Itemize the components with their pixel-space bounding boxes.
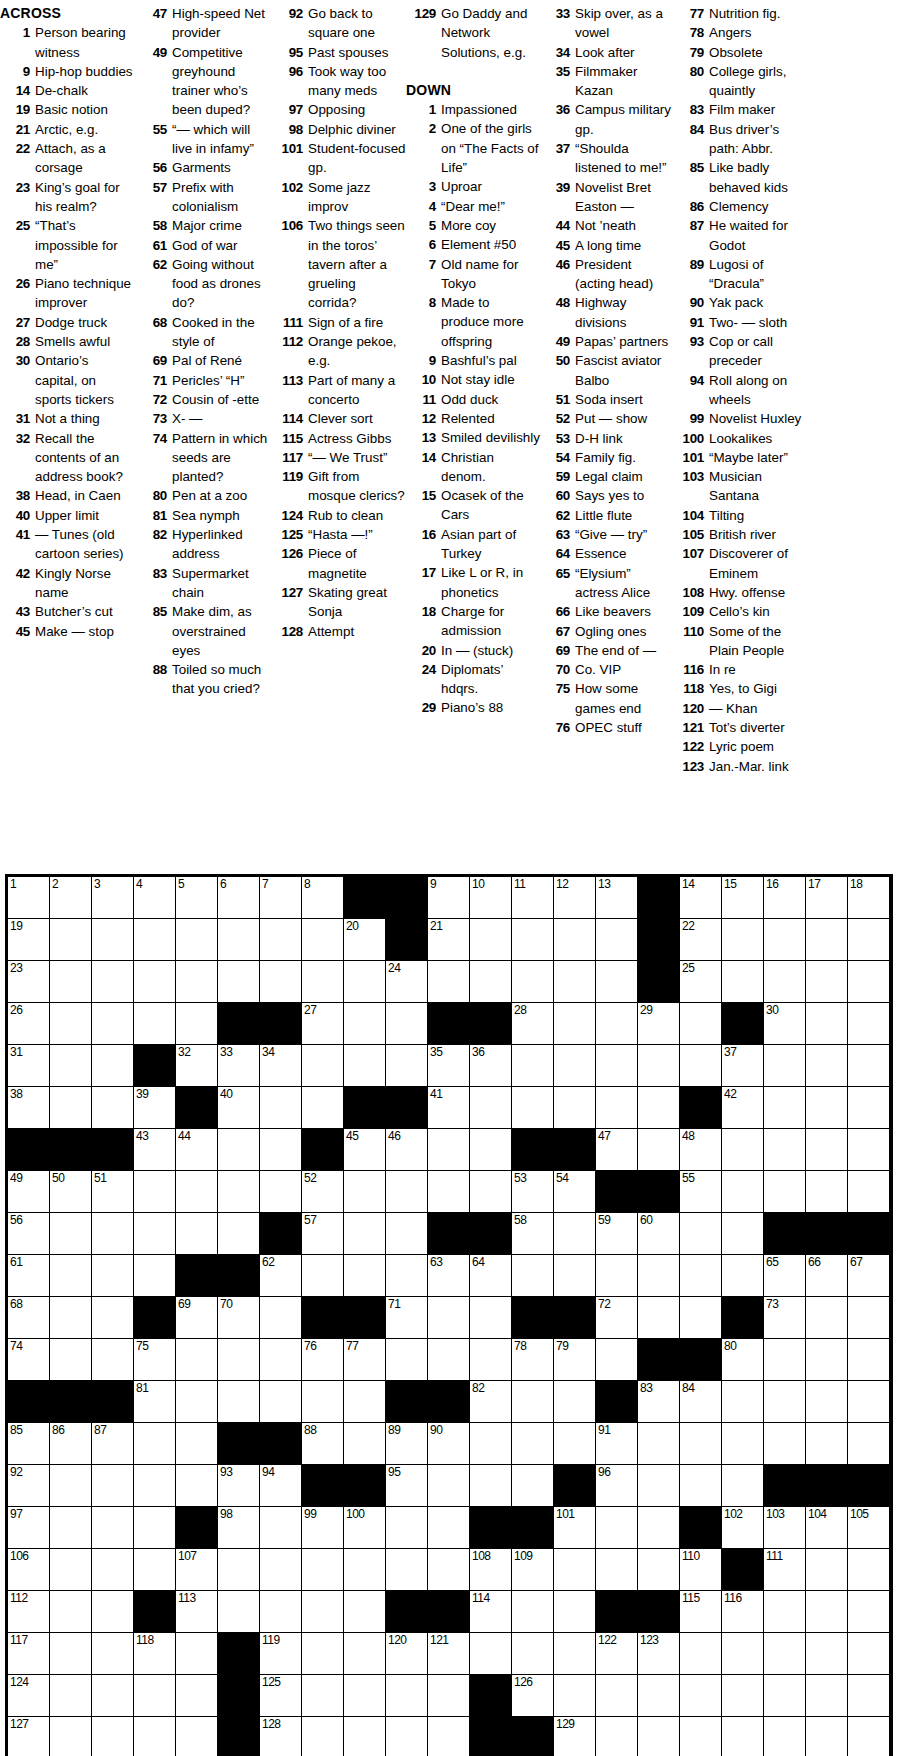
grid-cell[interactable] bbox=[764, 1087, 806, 1129]
grid-cell[interactable] bbox=[806, 1003, 848, 1045]
grid-cell[interactable] bbox=[848, 1087, 890, 1129]
grid-cell[interactable] bbox=[50, 1297, 92, 1339]
grid-cell[interactable] bbox=[134, 1213, 176, 1255]
grid-cell[interactable]: 69 bbox=[176, 1297, 218, 1339]
grid-cell[interactable] bbox=[470, 1171, 512, 1213]
grid-cell[interactable] bbox=[470, 1297, 512, 1339]
grid-cell[interactable] bbox=[596, 961, 638, 1003]
grid-cell[interactable]: 91 bbox=[596, 1423, 638, 1465]
grid-cell[interactable] bbox=[344, 1003, 386, 1045]
grid-cell[interactable] bbox=[92, 1549, 134, 1591]
grid-cell[interactable] bbox=[764, 919, 806, 961]
grid-cell[interactable] bbox=[848, 1297, 890, 1339]
grid-cell[interactable] bbox=[722, 961, 764, 1003]
grid-cell[interactable]: 41 bbox=[428, 1087, 470, 1129]
grid-cell[interactable]: 23 bbox=[8, 961, 50, 1003]
grid-cell[interactable] bbox=[596, 1675, 638, 1717]
grid-cell[interactable]: 72 bbox=[596, 1297, 638, 1339]
grid-cell[interactable] bbox=[302, 1045, 344, 1087]
grid-cell[interactable]: 34 bbox=[260, 1045, 302, 1087]
grid-cell[interactable] bbox=[554, 1087, 596, 1129]
grid-cell[interactable] bbox=[260, 1339, 302, 1381]
grid-cell[interactable] bbox=[302, 1381, 344, 1423]
grid-cell[interactable] bbox=[344, 1255, 386, 1297]
grid-cell[interactable] bbox=[722, 1675, 764, 1717]
grid-cell[interactable]: 126 bbox=[512, 1675, 554, 1717]
grid-cell[interactable]: 125 bbox=[260, 1675, 302, 1717]
grid-cell[interactable] bbox=[344, 1675, 386, 1717]
grid-cell[interactable]: 17 bbox=[806, 877, 848, 919]
grid-cell[interactable] bbox=[92, 961, 134, 1003]
grid-cell[interactable] bbox=[92, 919, 134, 961]
grid-cell[interactable] bbox=[50, 1213, 92, 1255]
grid-cell[interactable] bbox=[176, 961, 218, 1003]
grid-cell[interactable] bbox=[512, 961, 554, 1003]
grid-cell[interactable] bbox=[806, 1675, 848, 1717]
grid-cell[interactable] bbox=[50, 1717, 92, 1756]
grid-cell[interactable] bbox=[848, 1129, 890, 1171]
grid-cell[interactable] bbox=[638, 1045, 680, 1087]
grid-cell[interactable] bbox=[512, 1255, 554, 1297]
grid-cell[interactable] bbox=[428, 961, 470, 1003]
grid-cell[interactable] bbox=[50, 1087, 92, 1129]
grid-cell[interactable] bbox=[806, 1381, 848, 1423]
grid-cell[interactable] bbox=[596, 1507, 638, 1549]
grid-cell[interactable] bbox=[428, 1129, 470, 1171]
grid-cell[interactable] bbox=[806, 1045, 848, 1087]
grid-cell[interactable] bbox=[302, 919, 344, 961]
grid-cell[interactable] bbox=[596, 1339, 638, 1381]
grid-cell[interactable]: 96 bbox=[596, 1465, 638, 1507]
grid-cell[interactable] bbox=[806, 1717, 848, 1756]
grid-cell[interactable] bbox=[554, 919, 596, 961]
grid-cell[interactable] bbox=[344, 1171, 386, 1213]
grid-cell[interactable] bbox=[302, 1087, 344, 1129]
grid-cell[interactable]: 50 bbox=[50, 1171, 92, 1213]
grid-cell[interactable]: 111 bbox=[764, 1549, 806, 1591]
grid-cell[interactable] bbox=[638, 1297, 680, 1339]
grid-cell[interactable]: 61 bbox=[8, 1255, 50, 1297]
grid-cell[interactable]: 73 bbox=[764, 1297, 806, 1339]
grid-cell[interactable]: 20 bbox=[344, 919, 386, 961]
grid-cell[interactable]: 42 bbox=[722, 1087, 764, 1129]
grid-cell[interactable] bbox=[176, 919, 218, 961]
grid-cell[interactable] bbox=[386, 1717, 428, 1756]
grid-cell[interactable] bbox=[134, 919, 176, 961]
grid-cell[interactable] bbox=[50, 1003, 92, 1045]
grid-cell[interactable]: 64 bbox=[470, 1255, 512, 1297]
grid-cell[interactable] bbox=[554, 1045, 596, 1087]
grid-cell[interactable]: 29 bbox=[638, 1003, 680, 1045]
grid-cell[interactable] bbox=[470, 1087, 512, 1129]
grid-cell[interactable]: 39 bbox=[134, 1087, 176, 1129]
grid-cell[interactable] bbox=[176, 1003, 218, 1045]
grid-cell[interactable] bbox=[848, 1045, 890, 1087]
grid-cell[interactable]: 94 bbox=[260, 1465, 302, 1507]
grid-cell[interactable] bbox=[92, 1087, 134, 1129]
grid-cell[interactable] bbox=[134, 961, 176, 1003]
grid-cell[interactable]: 55 bbox=[680, 1171, 722, 1213]
grid-cell[interactable]: 86 bbox=[50, 1423, 92, 1465]
grid-cell[interactable] bbox=[680, 1675, 722, 1717]
grid-cell[interactable] bbox=[386, 1507, 428, 1549]
grid-cell[interactable] bbox=[428, 1171, 470, 1213]
grid-cell[interactable]: 32 bbox=[176, 1045, 218, 1087]
grid-cell[interactable]: 114 bbox=[470, 1591, 512, 1633]
grid-cell[interactable]: 71 bbox=[386, 1297, 428, 1339]
grid-cell[interactable] bbox=[50, 1591, 92, 1633]
grid-cell[interactable] bbox=[554, 1423, 596, 1465]
grid-cell[interactable] bbox=[92, 1675, 134, 1717]
grid-cell[interactable]: 104 bbox=[806, 1507, 848, 1549]
grid-cell[interactable] bbox=[50, 1339, 92, 1381]
grid-cell[interactable]: 6 bbox=[218, 877, 260, 919]
grid-cell[interactable]: 43 bbox=[134, 1129, 176, 1171]
grid-cell[interactable] bbox=[92, 1507, 134, 1549]
grid-cell[interactable]: 18 bbox=[848, 877, 890, 919]
grid-cell[interactable] bbox=[764, 1171, 806, 1213]
grid-cell[interactable]: 9 bbox=[428, 877, 470, 919]
grid-cell[interactable]: 79 bbox=[554, 1339, 596, 1381]
grid-cell[interactable] bbox=[344, 1045, 386, 1087]
grid-cell[interactable] bbox=[260, 1591, 302, 1633]
grid-cell[interactable] bbox=[554, 1549, 596, 1591]
grid-cell[interactable] bbox=[386, 1255, 428, 1297]
grid-cell[interactable]: 11 bbox=[512, 877, 554, 919]
grid-cell[interactable] bbox=[722, 1171, 764, 1213]
grid-cell[interactable]: 101 bbox=[554, 1507, 596, 1549]
grid-cell[interactable] bbox=[428, 1297, 470, 1339]
grid-cell[interactable] bbox=[470, 1129, 512, 1171]
grid-cell[interactable] bbox=[344, 1381, 386, 1423]
grid-cell[interactable] bbox=[722, 1465, 764, 1507]
grid-cell[interactable] bbox=[176, 1717, 218, 1756]
grid-cell[interactable] bbox=[176, 1675, 218, 1717]
grid-cell[interactable] bbox=[554, 1381, 596, 1423]
grid-cell[interactable] bbox=[92, 1297, 134, 1339]
grid-cell[interactable] bbox=[260, 919, 302, 961]
grid-cell[interactable] bbox=[386, 1549, 428, 1591]
grid-cell[interactable] bbox=[260, 1129, 302, 1171]
grid-cell[interactable]: 110 bbox=[680, 1549, 722, 1591]
grid-cell[interactable] bbox=[260, 1381, 302, 1423]
grid-cell[interactable]: 66 bbox=[806, 1255, 848, 1297]
grid-cell[interactable] bbox=[554, 1633, 596, 1675]
grid-cell[interactable] bbox=[386, 1003, 428, 1045]
grid-cell[interactable] bbox=[554, 1675, 596, 1717]
grid-cell[interactable] bbox=[218, 1591, 260, 1633]
grid-cell[interactable] bbox=[764, 1129, 806, 1171]
grid-cell[interactable] bbox=[554, 961, 596, 1003]
grid-cell[interactable]: 46 bbox=[386, 1129, 428, 1171]
grid-cell[interactable] bbox=[848, 1339, 890, 1381]
grid-cell[interactable]: 24 bbox=[386, 961, 428, 1003]
grid-cell[interactable] bbox=[218, 1549, 260, 1591]
grid-cell[interactable]: 84 bbox=[680, 1381, 722, 1423]
grid-cell[interactable]: 103 bbox=[764, 1507, 806, 1549]
grid-cell[interactable]: 83 bbox=[638, 1381, 680, 1423]
grid-cell[interactable]: 63 bbox=[428, 1255, 470, 1297]
grid-cell[interactable] bbox=[134, 1675, 176, 1717]
grid-cell[interactable] bbox=[638, 1549, 680, 1591]
grid-cell[interactable]: 8 bbox=[302, 877, 344, 919]
grid-cell[interactable]: 127 bbox=[8, 1717, 50, 1756]
grid-cell[interactable]: 119 bbox=[260, 1633, 302, 1675]
grid-cell[interactable] bbox=[722, 1213, 764, 1255]
grid-cell[interactable] bbox=[806, 1171, 848, 1213]
grid-cell[interactable]: 26 bbox=[8, 1003, 50, 1045]
grid-cell[interactable] bbox=[344, 1423, 386, 1465]
grid-cell[interactable]: 49 bbox=[8, 1171, 50, 1213]
grid-cell[interactable] bbox=[806, 961, 848, 1003]
grid-cell[interactable] bbox=[260, 1297, 302, 1339]
grid-cell[interactable] bbox=[806, 1129, 848, 1171]
grid-cell[interactable]: 40 bbox=[218, 1087, 260, 1129]
grid-cell[interactable] bbox=[554, 1003, 596, 1045]
grid-cell[interactable] bbox=[218, 1381, 260, 1423]
grid-cell[interactable]: 5 bbox=[176, 877, 218, 919]
grid-cell[interactable] bbox=[806, 1087, 848, 1129]
grid-cell[interactable] bbox=[50, 1465, 92, 1507]
grid-cell[interactable]: 3 bbox=[92, 877, 134, 919]
grid-cell[interactable] bbox=[680, 1213, 722, 1255]
grid-cell[interactable] bbox=[680, 1297, 722, 1339]
grid-cell[interactable]: 81 bbox=[134, 1381, 176, 1423]
grid-cell[interactable] bbox=[512, 1087, 554, 1129]
grid-cell[interactable] bbox=[680, 1465, 722, 1507]
grid-cell[interactable]: 113 bbox=[176, 1591, 218, 1633]
grid-cell[interactable] bbox=[344, 1717, 386, 1756]
grid-cell[interactable] bbox=[638, 1675, 680, 1717]
grid-cell[interactable]: 53 bbox=[512, 1171, 554, 1213]
grid-cell[interactable] bbox=[806, 1633, 848, 1675]
grid-cell[interactable] bbox=[260, 1549, 302, 1591]
grid-cell[interactable]: 52 bbox=[302, 1171, 344, 1213]
grid-cell[interactable] bbox=[428, 1507, 470, 1549]
grid-cell[interactable] bbox=[302, 1717, 344, 1756]
grid-cell[interactable]: 80 bbox=[722, 1339, 764, 1381]
grid-cell[interactable] bbox=[764, 1423, 806, 1465]
grid-cell[interactable] bbox=[92, 1213, 134, 1255]
grid-cell[interactable] bbox=[386, 1213, 428, 1255]
grid-cell[interactable] bbox=[680, 1045, 722, 1087]
grid-cell[interactable]: 19 bbox=[8, 919, 50, 961]
grid-cell[interactable]: 27 bbox=[302, 1003, 344, 1045]
grid-cell[interactable] bbox=[512, 1381, 554, 1423]
grid-cell[interactable] bbox=[92, 1717, 134, 1756]
grid-cell[interactable] bbox=[470, 1633, 512, 1675]
grid-cell[interactable]: 74 bbox=[8, 1339, 50, 1381]
grid-cell[interactable] bbox=[554, 1591, 596, 1633]
grid-cell[interactable] bbox=[596, 1255, 638, 1297]
grid-cell[interactable]: 2 bbox=[50, 877, 92, 919]
grid-cell[interactable] bbox=[176, 1171, 218, 1213]
grid-cell[interactable]: 112 bbox=[8, 1591, 50, 1633]
grid-cell[interactable]: 105 bbox=[848, 1507, 890, 1549]
grid-cell[interactable] bbox=[176, 1633, 218, 1675]
grid-cell[interactable]: 60 bbox=[638, 1213, 680, 1255]
grid-cell[interactable]: 35 bbox=[428, 1045, 470, 1087]
grid-cell[interactable] bbox=[344, 961, 386, 1003]
grid-cell[interactable]: 45 bbox=[344, 1129, 386, 1171]
grid-cell[interactable] bbox=[470, 1465, 512, 1507]
grid-cell[interactable] bbox=[470, 1339, 512, 1381]
grid-cell[interactable] bbox=[218, 919, 260, 961]
grid-cell[interactable]: 108 bbox=[470, 1549, 512, 1591]
grid-cell[interactable]: 33 bbox=[218, 1045, 260, 1087]
grid-cell[interactable]: 93 bbox=[218, 1465, 260, 1507]
grid-cell[interactable] bbox=[722, 1633, 764, 1675]
grid-cell[interactable]: 57 bbox=[302, 1213, 344, 1255]
grid-cell[interactable]: 22 bbox=[680, 919, 722, 961]
grid-cell[interactable] bbox=[680, 1255, 722, 1297]
grid-cell[interactable] bbox=[764, 1339, 806, 1381]
grid-cell[interactable]: 124 bbox=[8, 1675, 50, 1717]
grid-cell[interactable]: 59 bbox=[596, 1213, 638, 1255]
grid-cell[interactable] bbox=[50, 919, 92, 961]
grid-cell[interactable] bbox=[806, 1549, 848, 1591]
grid-cell[interactable] bbox=[596, 1717, 638, 1756]
grid-cell[interactable] bbox=[92, 1255, 134, 1297]
grid-cell[interactable] bbox=[386, 1171, 428, 1213]
grid-cell[interactable]: 115 bbox=[680, 1591, 722, 1633]
grid-cell[interactable] bbox=[638, 1255, 680, 1297]
grid-cell[interactable] bbox=[848, 1633, 890, 1675]
grid-cell[interactable] bbox=[680, 1423, 722, 1465]
grid-cell[interactable] bbox=[512, 1591, 554, 1633]
grid-cell[interactable]: 76 bbox=[302, 1339, 344, 1381]
grid-cell[interactable] bbox=[848, 919, 890, 961]
grid-cell[interactable] bbox=[50, 961, 92, 1003]
grid-cell[interactable] bbox=[344, 1549, 386, 1591]
grid-cell[interactable]: 65 bbox=[764, 1255, 806, 1297]
grid-cell[interactable] bbox=[302, 1633, 344, 1675]
grid-cell[interactable] bbox=[722, 1717, 764, 1756]
grid-cell[interactable] bbox=[50, 1255, 92, 1297]
grid-cell[interactable]: 87 bbox=[92, 1423, 134, 1465]
grid-cell[interactable]: 51 bbox=[92, 1171, 134, 1213]
grid-cell[interactable] bbox=[680, 1633, 722, 1675]
grid-cell[interactable] bbox=[848, 1423, 890, 1465]
grid-cell[interactable]: 102 bbox=[722, 1507, 764, 1549]
grid-cell[interactable] bbox=[848, 1717, 890, 1756]
grid-cell[interactable] bbox=[134, 1549, 176, 1591]
grid-cell[interactable] bbox=[848, 1549, 890, 1591]
grid-cell[interactable]: 120 bbox=[386, 1633, 428, 1675]
grid-cell[interactable] bbox=[764, 1045, 806, 1087]
grid-cell[interactable] bbox=[176, 1339, 218, 1381]
grid-cell[interactable] bbox=[512, 1465, 554, 1507]
grid-cell[interactable] bbox=[764, 1381, 806, 1423]
grid-cell[interactable]: 100 bbox=[344, 1507, 386, 1549]
grid-cell[interactable] bbox=[218, 1129, 260, 1171]
grid-cell[interactable]: 44 bbox=[176, 1129, 218, 1171]
grid-cell[interactable]: 14 bbox=[680, 877, 722, 919]
grid-cell[interactable]: 78 bbox=[512, 1339, 554, 1381]
grid-cell[interactable] bbox=[596, 1003, 638, 1045]
grid-cell[interactable] bbox=[134, 1717, 176, 1756]
grid-cell[interactable]: 21 bbox=[428, 919, 470, 961]
grid-cell[interactable] bbox=[848, 1003, 890, 1045]
grid-cell[interactable] bbox=[848, 1591, 890, 1633]
grid-cell[interactable]: 116 bbox=[722, 1591, 764, 1633]
grid-cell[interactable]: 77 bbox=[344, 1339, 386, 1381]
grid-cell[interactable]: 10 bbox=[470, 877, 512, 919]
grid-cell[interactable] bbox=[848, 961, 890, 1003]
grid-cell[interactable]: 47 bbox=[596, 1129, 638, 1171]
grid-cell[interactable] bbox=[218, 1171, 260, 1213]
grid-cell[interactable] bbox=[428, 1339, 470, 1381]
grid-cell[interactable] bbox=[638, 1465, 680, 1507]
grid-cell[interactable]: 123 bbox=[638, 1633, 680, 1675]
grid-cell[interactable]: 99 bbox=[302, 1507, 344, 1549]
grid-cell[interactable]: 28 bbox=[512, 1003, 554, 1045]
grid-cell[interactable]: 98 bbox=[218, 1507, 260, 1549]
grid-cell[interactable] bbox=[806, 1339, 848, 1381]
grid-cell[interactable] bbox=[764, 1675, 806, 1717]
grid-cell[interactable] bbox=[302, 1549, 344, 1591]
grid-cell[interactable] bbox=[470, 961, 512, 1003]
grid-cell[interactable] bbox=[92, 1465, 134, 1507]
grid-cell[interactable] bbox=[218, 1339, 260, 1381]
grid-cell[interactable]: 89 bbox=[386, 1423, 428, 1465]
grid-cell[interactable] bbox=[638, 1717, 680, 1756]
grid-cell[interactable]: 97 bbox=[8, 1507, 50, 1549]
grid-cell[interactable] bbox=[470, 1423, 512, 1465]
grid-cell[interactable] bbox=[92, 1339, 134, 1381]
grid-cell[interactable] bbox=[806, 1423, 848, 1465]
grid-cell[interactable]: 37 bbox=[722, 1045, 764, 1087]
grid-cell[interactable]: 106 bbox=[8, 1549, 50, 1591]
grid-cell[interactable]: 16 bbox=[764, 877, 806, 919]
grid-cell[interactable] bbox=[218, 961, 260, 1003]
grid-cell[interactable] bbox=[134, 1423, 176, 1465]
grid-cell[interactable]: 75 bbox=[134, 1339, 176, 1381]
grid-cell[interactable] bbox=[344, 1591, 386, 1633]
grid-cell[interactable] bbox=[764, 961, 806, 1003]
grid-cell[interactable] bbox=[764, 1591, 806, 1633]
grid-cell[interactable] bbox=[50, 1675, 92, 1717]
grid-cell[interactable]: 85 bbox=[8, 1423, 50, 1465]
grid-cell[interactable] bbox=[92, 1633, 134, 1675]
grid-cell[interactable] bbox=[722, 1255, 764, 1297]
grid-cell[interactable] bbox=[722, 1129, 764, 1171]
grid-cell[interactable] bbox=[596, 1087, 638, 1129]
grid-cell[interactable]: 58 bbox=[512, 1213, 554, 1255]
grid-cell[interactable]: 129 bbox=[554, 1717, 596, 1756]
grid-cell[interactable]: 82 bbox=[470, 1381, 512, 1423]
grid-cell[interactable] bbox=[260, 961, 302, 1003]
grid-cell[interactable] bbox=[596, 1549, 638, 1591]
grid-cell[interactable] bbox=[260, 1171, 302, 1213]
grid-cell[interactable] bbox=[554, 1255, 596, 1297]
grid-cell[interactable]: 90 bbox=[428, 1423, 470, 1465]
grid-cell[interactable] bbox=[302, 961, 344, 1003]
grid-cell[interactable] bbox=[134, 1507, 176, 1549]
grid-cell[interactable] bbox=[722, 919, 764, 961]
grid-cell[interactable] bbox=[176, 1213, 218, 1255]
grid-cell[interactable] bbox=[134, 1255, 176, 1297]
grid-cell[interactable] bbox=[302, 1675, 344, 1717]
grid-cell[interactable] bbox=[92, 1591, 134, 1633]
grid-cell[interactable] bbox=[134, 1171, 176, 1213]
grid-cell[interactable]: 128 bbox=[260, 1717, 302, 1756]
grid-cell[interactable] bbox=[176, 1381, 218, 1423]
grid-cell[interactable] bbox=[596, 919, 638, 961]
grid-cell[interactable] bbox=[512, 1423, 554, 1465]
grid-cell[interactable] bbox=[260, 1507, 302, 1549]
grid-cell[interactable]: 117 bbox=[8, 1633, 50, 1675]
